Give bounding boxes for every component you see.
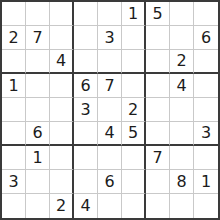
sudoku-cell[interactable] [26, 2, 50, 26]
sudoku-cell[interactable] [170, 98, 194, 122]
sudoku-cell[interactable]: 4 [170, 74, 194, 98]
sudoku-cell[interactable] [122, 26, 146, 50]
sudoku-cell[interactable] [74, 26, 98, 50]
sudoku-cell[interactable] [2, 50, 26, 74]
sudoku-cell[interactable] [98, 2, 122, 26]
sudoku-cell[interactable]: 1 [2, 74, 26, 98]
sudoku-cell[interactable] [2, 2, 26, 26]
sudoku-cell[interactable] [98, 194, 122, 218]
sudoku-cell[interactable] [26, 74, 50, 98]
sudoku-cell[interactable] [170, 122, 194, 146]
sudoku-cell[interactable] [26, 98, 50, 122]
sudoku-cell[interactable]: 8 [170, 170, 194, 194]
sudoku-board: 15273642167432645317368124 [0, 0, 220, 220]
sudoku-cell[interactable] [194, 194, 218, 218]
sudoku-cell[interactable] [98, 146, 122, 170]
sudoku-cell[interactable] [146, 50, 170, 74]
sudoku-cell[interactable]: 3 [194, 122, 218, 146]
sudoku-cell[interactable]: 6 [98, 170, 122, 194]
sudoku-cell[interactable] [98, 98, 122, 122]
sudoku-cell[interactable] [194, 50, 218, 74]
sudoku-cell[interactable] [2, 98, 26, 122]
sudoku-cell[interactable] [98, 50, 122, 74]
sudoku-cell[interactable]: 7 [146, 146, 170, 170]
sudoku-cell[interactable]: 4 [74, 194, 98, 218]
sudoku-cell[interactable] [2, 194, 26, 218]
sudoku-cell[interactable] [2, 146, 26, 170]
sudoku-cell[interactable] [146, 26, 170, 50]
sudoku-cell[interactable] [194, 2, 218, 26]
sudoku-cell[interactable] [146, 74, 170, 98]
sudoku-cell[interactable] [122, 146, 146, 170]
sudoku-cell[interactable] [146, 98, 170, 122]
sudoku-cell[interactable] [50, 26, 74, 50]
sudoku-cell[interactable]: 2 [50, 194, 74, 218]
sudoku-cell[interactable] [122, 74, 146, 98]
sudoku-cell[interactable] [194, 98, 218, 122]
sudoku-cell[interactable] [122, 194, 146, 218]
sudoku-cell[interactable] [122, 50, 146, 74]
sudoku-cell[interactable]: 7 [98, 74, 122, 98]
sudoku-cell[interactable]: 6 [74, 74, 98, 98]
sudoku-cell[interactable]: 6 [194, 26, 218, 50]
sudoku-cell[interactable]: 3 [74, 98, 98, 122]
sudoku-cell[interactable] [74, 2, 98, 26]
sudoku-cell[interactable]: 7 [26, 26, 50, 50]
sudoku-cell[interactable] [26, 170, 50, 194]
sudoku-cell[interactable] [26, 50, 50, 74]
sudoku-cell[interactable] [50, 74, 74, 98]
sudoku-cell[interactable] [74, 170, 98, 194]
sudoku-cell[interactable]: 2 [122, 98, 146, 122]
sudoku-cell[interactable]: 6 [26, 122, 50, 146]
sudoku-cell[interactable]: 1 [26, 146, 50, 170]
sudoku-app: 15273642167432645317368124 [0, 0, 220, 220]
sudoku-cell[interactable]: 5 [146, 2, 170, 26]
sudoku-cell[interactable]: 4 [50, 50, 74, 74]
sudoku-cell[interactable]: 1 [194, 170, 218, 194]
sudoku-cell[interactable] [194, 74, 218, 98]
sudoku-cell[interactable] [26, 194, 50, 218]
sudoku-cell[interactable] [170, 2, 194, 26]
sudoku-cell[interactable] [194, 146, 218, 170]
sudoku-cell[interactable]: 3 [98, 26, 122, 50]
sudoku-cell[interactable] [170, 146, 194, 170]
sudoku-cell[interactable] [146, 194, 170, 218]
sudoku-cell[interactable] [122, 170, 146, 194]
sudoku-cell[interactable] [50, 98, 74, 122]
sudoku-cell[interactable]: 2 [2, 26, 26, 50]
sudoku-cell[interactable]: 1 [122, 2, 146, 26]
sudoku-cell[interactable]: 5 [122, 122, 146, 146]
sudoku-cell[interactable] [74, 146, 98, 170]
sudoku-cell[interactable]: 4 [98, 122, 122, 146]
sudoku-cell[interactable] [146, 170, 170, 194]
sudoku-cell[interactable]: 3 [2, 170, 26, 194]
sudoku-cell[interactable] [50, 2, 74, 26]
sudoku-cell[interactable] [50, 122, 74, 146]
sudoku-cell[interactable] [2, 122, 26, 146]
sudoku-cell[interactable] [146, 122, 170, 146]
sudoku-cell[interactable] [74, 50, 98, 74]
sudoku-cell[interactable] [170, 194, 194, 218]
sudoku-cell[interactable] [170, 26, 194, 50]
sudoku-cell[interactable]: 2 [170, 50, 194, 74]
sudoku-cell[interactable] [50, 146, 74, 170]
sudoku-cell[interactable] [74, 122, 98, 146]
sudoku-cell[interactable] [50, 170, 74, 194]
